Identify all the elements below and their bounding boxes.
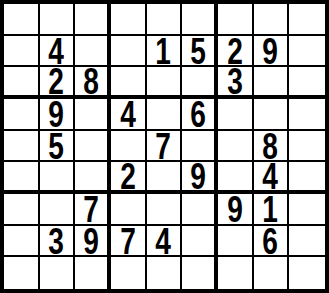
cell-r2c4[interactable] bbox=[111, 36, 147, 68]
cell-r4c8[interactable] bbox=[254, 99, 290, 131]
cell-r9c6[interactable] bbox=[182, 257, 218, 289]
cell-r8c4: 7 bbox=[111, 226, 147, 258]
cell-r9c9[interactable] bbox=[289, 257, 325, 289]
given-digit: 9 bbox=[263, 36, 279, 68]
given-digit: 8 bbox=[263, 131, 279, 163]
cell-r1c6[interactable] bbox=[182, 4, 218, 36]
given-digit: 2 bbox=[120, 162, 136, 194]
cell-r8c5: 4 bbox=[147, 226, 183, 258]
given-digit: 7 bbox=[120, 226, 136, 258]
cell-r4c6: 6 bbox=[182, 99, 218, 131]
cell-r2c7: 2 bbox=[218, 36, 254, 68]
given-digit: 9 bbox=[83, 226, 99, 258]
cell-r5c9[interactable] bbox=[289, 131, 325, 163]
cell-r3c4[interactable] bbox=[111, 67, 147, 99]
cell-r4c5[interactable] bbox=[147, 99, 183, 131]
given-digit: 3 bbox=[49, 226, 65, 258]
cell-r4c2: 9 bbox=[40, 99, 76, 131]
cell-r2c5: 1 bbox=[147, 36, 183, 68]
cell-r6c4: 2 bbox=[111, 162, 147, 194]
given-digit: 8 bbox=[83, 67, 99, 99]
cell-r5c8: 8 bbox=[254, 131, 290, 163]
cell-r3c2: 2 bbox=[40, 67, 76, 99]
cell-r5c3[interactable] bbox=[75, 131, 111, 163]
cell-r1c8[interactable] bbox=[254, 4, 290, 36]
cell-r2c9[interactable] bbox=[289, 36, 325, 68]
given-digit: 1 bbox=[156, 36, 172, 68]
cell-r5c1[interactable] bbox=[4, 131, 40, 163]
given-digit: 3 bbox=[227, 67, 243, 99]
cell-r6c8: 4 bbox=[254, 162, 290, 194]
cell-r8c7[interactable] bbox=[218, 226, 254, 258]
cell-r3c5[interactable] bbox=[147, 67, 183, 99]
cell-r2c2: 4 bbox=[40, 36, 76, 68]
cell-r9c5[interactable] bbox=[147, 257, 183, 289]
given-digit: 9 bbox=[227, 194, 243, 226]
cell-r2c6: 5 bbox=[182, 36, 218, 68]
cell-r7c3: 7 bbox=[75, 194, 111, 226]
cell-r5c2: 5 bbox=[40, 131, 76, 163]
cell-r6c5[interactable] bbox=[147, 162, 183, 194]
cell-r7c7: 9 bbox=[218, 194, 254, 226]
cell-r8c1[interactable] bbox=[4, 226, 40, 258]
cell-r1c5[interactable] bbox=[147, 4, 183, 36]
cell-r6c1[interactable] bbox=[4, 162, 40, 194]
cell-r3c6[interactable] bbox=[182, 67, 218, 99]
cell-r1c9[interactable] bbox=[289, 4, 325, 36]
given-digit: 1 bbox=[263, 194, 279, 226]
given-digit: 4 bbox=[120, 99, 136, 131]
cell-r1c7[interactable] bbox=[218, 4, 254, 36]
cell-r8c2: 3 bbox=[40, 226, 76, 258]
cell-r4c1[interactable] bbox=[4, 99, 40, 131]
cell-r5c4[interactable] bbox=[111, 131, 147, 163]
cell-r6c6: 9 bbox=[182, 162, 218, 194]
cell-r9c7[interactable] bbox=[218, 257, 254, 289]
cell-r1c4[interactable] bbox=[111, 4, 147, 36]
given-digit: 2 bbox=[49, 67, 65, 99]
cell-r7c4[interactable] bbox=[111, 194, 147, 226]
cell-r2c8: 9 bbox=[254, 36, 290, 68]
given-digit: 4 bbox=[49, 36, 65, 68]
given-digit: 7 bbox=[156, 131, 172, 163]
cell-r9c8[interactable] bbox=[254, 257, 290, 289]
cell-r3c9[interactable] bbox=[289, 67, 325, 99]
cell-r3c7: 3 bbox=[218, 67, 254, 99]
cell-r4c4: 4 bbox=[111, 99, 147, 131]
cell-r8c6[interactable] bbox=[182, 226, 218, 258]
given-digit: 4 bbox=[263, 162, 279, 194]
cell-r5c6[interactable] bbox=[182, 131, 218, 163]
cell-r8c8: 6 bbox=[254, 226, 290, 258]
cell-r6c9[interactable] bbox=[289, 162, 325, 194]
cell-r3c3: 8 bbox=[75, 67, 111, 99]
cell-r7c8: 1 bbox=[254, 194, 290, 226]
cell-r9c1[interactable] bbox=[4, 257, 40, 289]
given-digit: 7 bbox=[83, 194, 99, 226]
cell-r8c3: 9 bbox=[75, 226, 111, 258]
sudoku-board: 4152928394657829479139746 bbox=[0, 0, 329, 293]
cell-r3c1[interactable] bbox=[4, 67, 40, 99]
given-digit: 9 bbox=[49, 99, 65, 131]
cell-r1c1[interactable] bbox=[4, 4, 40, 36]
cell-r6c3[interactable] bbox=[75, 162, 111, 194]
cell-r7c5[interactable] bbox=[147, 194, 183, 226]
cell-r2c3[interactable] bbox=[75, 36, 111, 68]
given-digit: 6 bbox=[263, 226, 279, 258]
cell-r7c9[interactable] bbox=[289, 194, 325, 226]
cell-r4c7[interactable] bbox=[218, 99, 254, 131]
cell-r6c2[interactable] bbox=[40, 162, 76, 194]
cell-r1c2[interactable] bbox=[40, 4, 76, 36]
cell-r6c7[interactable] bbox=[218, 162, 254, 194]
given-digit: 5 bbox=[190, 36, 206, 68]
cell-r9c4[interactable] bbox=[111, 257, 147, 289]
given-digit: 9 bbox=[190, 162, 206, 194]
cell-r7c6[interactable] bbox=[182, 194, 218, 226]
cell-r2c1[interactable] bbox=[4, 36, 40, 68]
given-digit: 5 bbox=[49, 131, 65, 163]
given-digit: 4 bbox=[156, 226, 172, 258]
cell-r3c8[interactable] bbox=[254, 67, 290, 99]
cell-r7c2[interactable] bbox=[40, 194, 76, 226]
cell-r5c7[interactable] bbox=[218, 131, 254, 163]
cell-r1c3[interactable] bbox=[75, 4, 111, 36]
cell-r7c1[interactable] bbox=[4, 194, 40, 226]
given-digit: 6 bbox=[190, 99, 206, 131]
given-digit: 2 bbox=[227, 36, 243, 68]
cell-r8c9[interactable] bbox=[289, 226, 325, 258]
cell-r5c5: 7 bbox=[147, 131, 183, 163]
cell-r9c2[interactable] bbox=[40, 257, 76, 289]
cell-r4c3[interactable] bbox=[75, 99, 111, 131]
cell-r4c9[interactable] bbox=[289, 99, 325, 131]
cell-r9c3[interactable] bbox=[75, 257, 111, 289]
